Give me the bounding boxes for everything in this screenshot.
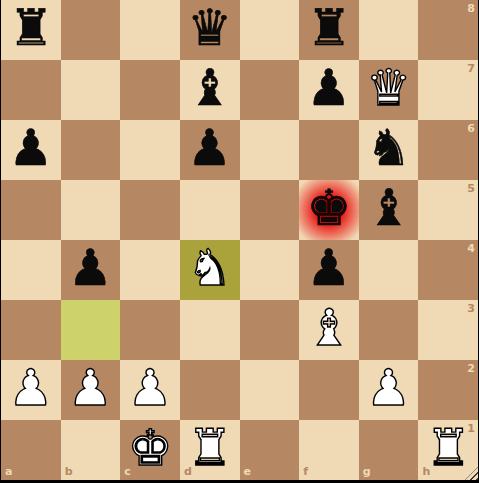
square-f7[interactable]: ♟ — [299, 60, 359, 120]
square-b7[interactable] — [61, 60, 121, 120]
square-e7[interactable] — [240, 60, 300, 120]
file-label-f: f — [303, 466, 308, 477]
rank-label-4: 4 — [467, 243, 475, 254]
white-queen[interactable]: ♛ — [366, 63, 411, 113]
black-knight[interactable]: ♞ — [366, 123, 411, 173]
file-label-e: e — [244, 466, 251, 477]
file-label-b: b — [65, 466, 73, 477]
square-c4[interactable] — [120, 240, 180, 300]
square-d2[interactable] — [180, 360, 240, 420]
square-b6[interactable] — [61, 120, 121, 180]
rank-label-2: 2 — [467, 363, 475, 374]
square-g2[interactable]: ♟ — [359, 360, 419, 420]
square-c5[interactable] — [120, 180, 180, 240]
rank-label-7: 7 — [467, 63, 475, 74]
black-king[interactable]: ♚ — [307, 183, 352, 233]
square-h2[interactable]: 2 — [418, 360, 478, 420]
square-c8[interactable] — [120, 0, 180, 60]
square-f1[interactable]: f — [299, 420, 359, 480]
white-knight[interactable]: ♞ — [187, 243, 232, 293]
square-g8[interactable] — [359, 0, 419, 60]
white-rook[interactable]: ♜ — [187, 423, 232, 473]
square-d1[interactable]: d♜ — [180, 420, 240, 480]
file-label-g: g — [363, 466, 371, 477]
white-king[interactable]: ♚ — [128, 423, 173, 473]
square-g3[interactable] — [359, 300, 419, 360]
black-pawn[interactable]: ♟ — [307, 63, 352, 113]
square-b3[interactable] — [61, 300, 121, 360]
square-h1[interactable]: 1h♜ — [418, 420, 478, 480]
square-c3[interactable] — [120, 300, 180, 360]
rank-label-5: 5 — [467, 183, 475, 194]
square-f6[interactable] — [299, 120, 359, 180]
black-pawn[interactable]: ♟ — [8, 123, 53, 173]
square-f3[interactable]: ♝ — [299, 300, 359, 360]
square-h7[interactable]: 7 — [418, 60, 478, 120]
square-d3[interactable] — [180, 300, 240, 360]
square-e3[interactable] — [240, 300, 300, 360]
rank-label-6: 6 — [467, 123, 475, 134]
square-g1[interactable]: g — [359, 420, 419, 480]
square-e6[interactable] — [240, 120, 300, 180]
black-bishop[interactable]: ♝ — [187, 63, 232, 113]
square-a2[interactable]: ♟ — [1, 360, 61, 420]
chess-board: ♜♛♜8♝♟♛7♟♟♞6♚♝5♟♞♟4♝3♟♟♟♟2abc♚d♜efg1h♜ — [1, 0, 478, 480]
square-b2[interactable]: ♟ — [61, 360, 121, 420]
square-h4[interactable]: 4 — [418, 240, 478, 300]
file-label-a: a — [5, 466, 12, 477]
square-a5[interactable] — [1, 180, 61, 240]
square-b8[interactable] — [61, 0, 121, 60]
square-c6[interactable] — [120, 120, 180, 180]
square-e2[interactable] — [240, 360, 300, 420]
square-d5[interactable] — [180, 180, 240, 240]
black-rook[interactable]: ♜ — [307, 3, 352, 53]
square-d7[interactable]: ♝ — [180, 60, 240, 120]
black-pawn[interactable]: ♟ — [187, 123, 232, 173]
square-e1[interactable]: e — [240, 420, 300, 480]
square-b1[interactable]: b — [61, 420, 121, 480]
white-rook[interactable]: ♜ — [426, 423, 471, 473]
square-a3[interactable] — [1, 300, 61, 360]
black-rook[interactable]: ♜ — [8, 3, 53, 53]
square-f5[interactable]: ♚ — [299, 180, 359, 240]
square-d4[interactable]: ♞ — [180, 240, 240, 300]
square-e4[interactable] — [240, 240, 300, 300]
square-h5[interactable]: 5 — [418, 180, 478, 240]
square-g5[interactable]: ♝ — [359, 180, 419, 240]
square-a4[interactable] — [1, 240, 61, 300]
square-g6[interactable]: ♞ — [359, 120, 419, 180]
white-pawn[interactable]: ♟ — [8, 363, 53, 413]
square-e5[interactable] — [240, 180, 300, 240]
square-c2[interactable]: ♟ — [120, 360, 180, 420]
white-bishop[interactable]: ♝ — [307, 303, 352, 353]
square-g4[interactable] — [359, 240, 419, 300]
square-a8[interactable]: ♜ — [1, 0, 61, 60]
square-b4[interactable]: ♟ — [61, 240, 121, 300]
black-pawn[interactable]: ♟ — [68, 243, 113, 293]
square-d6[interactable]: ♟ — [180, 120, 240, 180]
rank-label-8: 8 — [467, 3, 475, 14]
square-b5[interactable] — [61, 180, 121, 240]
square-e8[interactable] — [240, 0, 300, 60]
square-a7[interactable] — [1, 60, 61, 120]
square-f4[interactable]: ♟ — [299, 240, 359, 300]
white-pawn[interactable]: ♟ — [128, 363, 173, 413]
black-queen[interactable]: ♛ — [187, 3, 232, 53]
square-h8[interactable]: 8 — [418, 0, 478, 60]
square-h6[interactable]: 6 — [418, 120, 478, 180]
black-pawn[interactable]: ♟ — [307, 243, 352, 293]
square-f8[interactable]: ♜ — [299, 0, 359, 60]
square-c7[interactable] — [120, 60, 180, 120]
square-c1[interactable]: c♚ — [120, 420, 180, 480]
square-a6[interactable]: ♟ — [1, 120, 61, 180]
white-pawn[interactable]: ♟ — [68, 363, 113, 413]
white-pawn[interactable]: ♟ — [366, 363, 411, 413]
square-a1[interactable]: a — [1, 420, 61, 480]
square-d8[interactable]: ♛ — [180, 0, 240, 60]
square-f2[interactable] — [299, 360, 359, 420]
square-g7[interactable]: ♛ — [359, 60, 419, 120]
black-bishop[interactable]: ♝ — [366, 183, 411, 233]
rank-label-3: 3 — [467, 303, 475, 314]
square-h3[interactable]: 3 — [418, 300, 478, 360]
